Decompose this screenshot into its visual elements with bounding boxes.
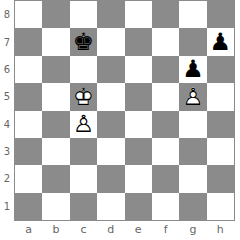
square-f8[interactable] (152, 1, 179, 28)
square-a7[interactable] (15, 28, 42, 55)
square-f5[interactable] (152, 83, 179, 110)
square-e6[interactable] (125, 56, 152, 83)
square-b7[interactable] (42, 28, 69, 55)
rank-label-6: 6 (0, 56, 14, 83)
chess-board: ♚♟♟♚♔♟♙♟♙ (14, 0, 235, 221)
square-c3[interactable] (70, 138, 97, 165)
square-f7[interactable] (152, 28, 179, 55)
square-h7[interactable]: ♟ (207, 28, 234, 55)
rank-label-4: 4 (0, 111, 14, 138)
piece-white-pawn[interactable]: ♟♙ (70, 111, 97, 138)
square-d1[interactable] (97, 193, 124, 220)
square-e2[interactable] (125, 165, 152, 192)
rank-label-5: 5 (0, 83, 14, 110)
square-b6[interactable] (42, 56, 69, 83)
square-f6[interactable] (152, 56, 179, 83)
square-b1[interactable] (42, 193, 69, 220)
file-label-c: c (70, 220, 97, 239)
square-h5[interactable] (207, 83, 234, 110)
square-f3[interactable] (152, 138, 179, 165)
square-c7[interactable]: ♚ (70, 28, 97, 55)
square-g6[interactable]: ♟ (179, 56, 206, 83)
square-b5[interactable] (42, 83, 69, 110)
square-f1[interactable] (152, 193, 179, 220)
square-f2[interactable] (152, 165, 179, 192)
square-a1[interactable] (15, 193, 42, 220)
square-g2[interactable] (179, 165, 206, 192)
square-c6[interactable] (70, 56, 97, 83)
piece-black-king[interactable]: ♚ (70, 28, 97, 55)
file-labels: abcdefgh (15, 220, 234, 239)
square-e1[interactable] (125, 193, 152, 220)
square-d5[interactable] (97, 83, 124, 110)
file-label-b: b (42, 220, 69, 239)
file-label-h: h (207, 220, 234, 239)
file-label-f: f (152, 220, 179, 239)
square-g4[interactable] (179, 111, 206, 138)
square-c2[interactable] (70, 165, 97, 192)
square-h2[interactable] (207, 165, 234, 192)
rank-label-3: 3 (0, 138, 14, 165)
pawn-glyph: ♟ (179, 56, 206, 83)
square-c8[interactable] (70, 1, 97, 28)
square-e4[interactable] (125, 111, 152, 138)
square-d3[interactable] (97, 138, 124, 165)
square-b8[interactable] (42, 1, 69, 28)
square-b2[interactable] (42, 165, 69, 192)
square-e8[interactable] (125, 1, 152, 28)
file-label-g: g (179, 220, 206, 239)
square-e7[interactable] (125, 28, 152, 55)
file-label-e: e (125, 220, 152, 239)
square-c4[interactable]: ♟♙ (70, 111, 97, 138)
square-a2[interactable] (15, 165, 42, 192)
square-a3[interactable] (15, 138, 42, 165)
piece-white-pawn[interactable]: ♟♙ (179, 83, 206, 110)
square-g5[interactable]: ♟♙ (179, 83, 206, 110)
square-g3[interactable] (179, 138, 206, 165)
square-e3[interactable] (125, 138, 152, 165)
square-b4[interactable] (42, 111, 69, 138)
square-a6[interactable] (15, 56, 42, 83)
square-a4[interactable] (15, 111, 42, 138)
square-h8[interactable] (207, 1, 234, 28)
rank-labels: 87654321 (0, 1, 14, 220)
square-e5[interactable] (125, 83, 152, 110)
pawn-outline-glyph: ♙ (179, 83, 206, 110)
pawn-glyph: ♟ (207, 28, 234, 55)
square-c5[interactable]: ♚♔ (70, 83, 97, 110)
square-a5[interactable] (15, 83, 42, 110)
square-d7[interactable] (97, 28, 124, 55)
king-glyph: ♚ (70, 28, 97, 55)
king-outline-glyph: ♔ (70, 83, 97, 110)
square-h3[interactable] (207, 138, 234, 165)
square-h1[interactable] (207, 193, 234, 220)
pawn-outline-glyph: ♙ (70, 111, 97, 138)
piece-white-king[interactable]: ♚♔ (70, 83, 97, 110)
square-h6[interactable] (207, 56, 234, 83)
square-c1[interactable] (70, 193, 97, 220)
piece-black-pawn[interactable]: ♟ (179, 56, 206, 83)
square-d2[interactable] (97, 165, 124, 192)
square-g8[interactable] (179, 1, 206, 28)
square-h4[interactable] (207, 111, 234, 138)
square-f4[interactable] (152, 111, 179, 138)
square-a8[interactable] (15, 1, 42, 28)
square-g7[interactable] (179, 28, 206, 55)
file-label-d: d (97, 220, 124, 239)
square-d8[interactable] (97, 1, 124, 28)
rank-label-7: 7 (0, 28, 14, 55)
square-b3[interactable] (42, 138, 69, 165)
file-label-a: a (15, 220, 42, 239)
piece-black-pawn[interactable]: ♟ (207, 28, 234, 55)
square-d6[interactable] (97, 56, 124, 83)
square-g1[interactable] (179, 193, 206, 220)
square-d4[interactable] (97, 111, 124, 138)
rank-label-2: 2 (0, 165, 14, 192)
rank-label-8: 8 (0, 1, 14, 28)
rank-label-1: 1 (0, 193, 14, 220)
